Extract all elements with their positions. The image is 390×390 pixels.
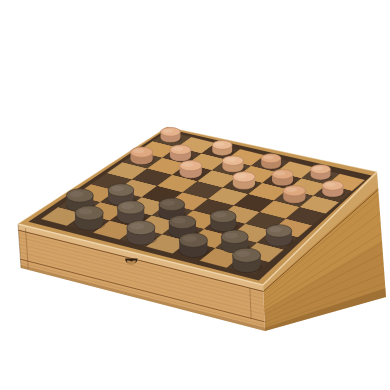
- checkers-set-product-photo: [0, 0, 390, 390]
- checker-piece-dark[interactable]: [266, 225, 294, 247]
- checker-piece-light[interactable]: [272, 169, 295, 186]
- checker-piece-light[interactable]: [322, 181, 345, 198]
- checker-piece-light[interactable]: [180, 161, 204, 179]
- checker-piece-light[interactable]: [283, 186, 307, 204]
- checker-piece-light[interactable]: [233, 172, 257, 190]
- checker-piece-dark[interactable]: [75, 206, 105, 230]
- checker-piece-light[interactable]: [261, 154, 283, 169]
- checker-piece-dark[interactable]: [179, 233, 209, 257]
- checker-piece-dark[interactable]: [117, 201, 146, 224]
- checker-piece-light[interactable]: [311, 165, 333, 180]
- checker-piece-light[interactable]: [212, 141, 234, 156]
- checker-piece-light[interactable]: [161, 127, 183, 142]
- checker-piece-light[interactable]: [170, 145, 193, 162]
- checker-piece-light[interactable]: [222, 156, 245, 173]
- checker-piece-dark[interactable]: [210, 210, 238, 232]
- checker-piece-dark[interactable]: [127, 221, 157, 245]
- checker-piece-dark[interactable]: [232, 248, 262, 272]
- checkers-pieces: [0, 0, 390, 390]
- checker-piece-light[interactable]: [130, 147, 154, 165]
